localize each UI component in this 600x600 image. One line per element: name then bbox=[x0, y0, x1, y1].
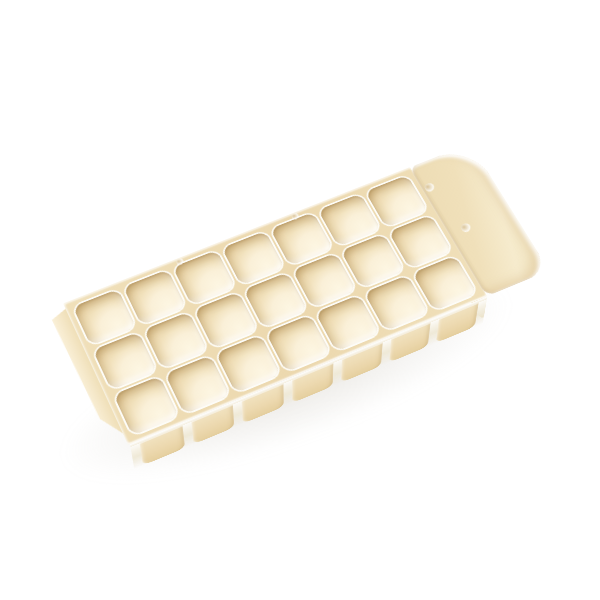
ice-cavity bbox=[315, 295, 380, 352]
ice-cavity bbox=[266, 315, 331, 373]
tray-top-surface bbox=[47, 143, 549, 451]
ice-cavity bbox=[165, 355, 231, 414]
ice-cube-tray bbox=[47, 143, 549, 451]
scene bbox=[0, 0, 600, 600]
ice-cavity bbox=[216, 335, 281, 393]
mold-dimple bbox=[459, 222, 473, 233]
ice-cavity bbox=[93, 332, 158, 390]
ice-cavity bbox=[73, 289, 137, 346]
ice-cavity bbox=[144, 312, 208, 369]
photo-stage bbox=[0, 0, 600, 600]
ice-cavity bbox=[194, 292, 258, 349]
ice-cavity bbox=[412, 256, 477, 311]
